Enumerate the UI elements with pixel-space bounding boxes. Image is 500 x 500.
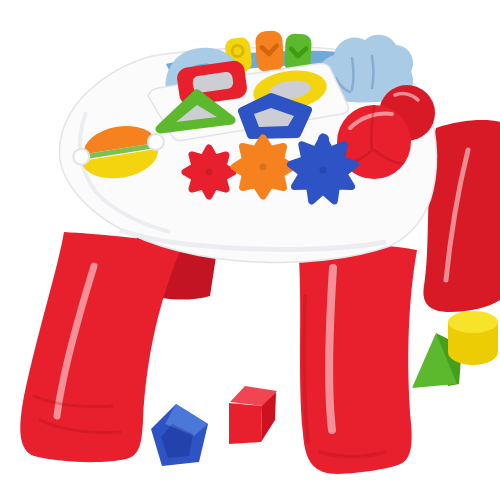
activity-table-illustration (0, 0, 500, 500)
red-cube-front-face (229, 403, 262, 444)
yellow-cylinder-top (448, 311, 498, 333)
blue-gear-center (320, 167, 327, 174)
front-right-leg (298, 244, 417, 474)
front-right-leg-highlight (329, 268, 333, 430)
red-gear-center (206, 169, 213, 176)
orange-gear-center (260, 164, 267, 171)
product-photo (0, 0, 500, 500)
